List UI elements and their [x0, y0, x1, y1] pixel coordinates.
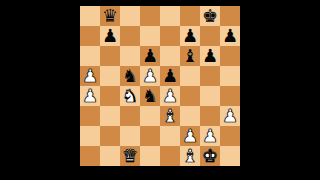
square-f1[interactable]: ♝	[180, 146, 200, 166]
square-e8[interactable]	[160, 6, 180, 26]
square-c4[interactable]: ♞	[120, 86, 140, 106]
square-d7[interactable]	[140, 26, 160, 46]
white-pawn-piece: ♟	[182, 126, 198, 146]
square-c2[interactable]	[120, 126, 140, 146]
square-b3[interactable]	[100, 106, 120, 126]
square-f8[interactable]	[180, 6, 200, 26]
white-bishop-piece: ♝	[162, 106, 178, 126]
square-e4[interactable]: ♟	[160, 86, 180, 106]
black-knight-piece: ♞	[142, 86, 158, 106]
black-knight-piece: ♞	[122, 66, 138, 86]
square-e6[interactable]	[160, 46, 180, 66]
square-h8[interactable]	[220, 6, 240, 26]
square-f5[interactable]	[180, 66, 200, 86]
square-c8[interactable]	[120, 6, 140, 26]
square-c7[interactable]	[120, 26, 140, 46]
square-g5[interactable]	[200, 66, 220, 86]
square-c1[interactable]: ♛	[120, 146, 140, 166]
black-pawn-piece: ♟	[102, 26, 118, 46]
white-bishop-piece: ♝	[182, 146, 198, 166]
black-king-piece: ♚	[202, 6, 218, 26]
square-g7[interactable]	[200, 26, 220, 46]
square-d4[interactable]: ♞	[140, 86, 160, 106]
black-queen-piece: ♛	[102, 6, 118, 26]
white-pawn-piece: ♟	[82, 66, 98, 86]
square-g4[interactable]	[200, 86, 220, 106]
square-a5[interactable]: ♟	[80, 66, 100, 86]
square-h3[interactable]: ♟	[220, 106, 240, 126]
square-d1[interactable]	[140, 146, 160, 166]
square-c5[interactable]: ♞	[120, 66, 140, 86]
square-h4[interactable]	[220, 86, 240, 106]
white-knight-piece: ♞	[122, 86, 138, 106]
square-h7[interactable]: ♟	[220, 26, 240, 46]
square-b4[interactable]	[100, 86, 120, 106]
square-b2[interactable]	[100, 126, 120, 146]
white-pawn-piece: ♟	[222, 106, 238, 126]
white-pawn-piece: ♟	[82, 86, 98, 106]
square-d6[interactable]: ♟	[140, 46, 160, 66]
square-b8[interactable]: ♛	[100, 6, 120, 26]
square-f2[interactable]: ♟	[180, 126, 200, 146]
black-pawn-piece: ♟	[182, 26, 198, 46]
square-b6[interactable]	[100, 46, 120, 66]
square-f6[interactable]: ♝	[180, 46, 200, 66]
square-d2[interactable]	[140, 126, 160, 146]
white-pawn-piece: ♟	[202, 126, 218, 146]
square-h2[interactable]	[220, 126, 240, 146]
square-b7[interactable]: ♟	[100, 26, 120, 46]
square-e2[interactable]	[160, 126, 180, 146]
white-queen-piece: ♛	[122, 146, 138, 166]
square-g3[interactable]	[200, 106, 220, 126]
black-pawn-piece: ♟	[202, 46, 218, 66]
square-g6[interactable]: ♟	[200, 46, 220, 66]
square-h6[interactable]	[220, 46, 240, 66]
square-f4[interactable]	[180, 86, 200, 106]
chess-board: ♛♚♟♟♟♟♝♟♟♞♟♟♟♞♞♟♝♟♟♟♛♝♚	[80, 6, 240, 166]
white-pawn-piece: ♟	[162, 86, 178, 106]
square-b1[interactable]	[100, 146, 120, 166]
square-d8[interactable]	[140, 6, 160, 26]
video-frame: ♛♚♟♟♟♟♝♟♟♞♟♟♟♞♞♟♝♟♟♟♛♝♚	[0, 0, 320, 180]
square-a1[interactable]	[80, 146, 100, 166]
square-g1[interactable]: ♚	[200, 146, 220, 166]
square-a4[interactable]: ♟	[80, 86, 100, 106]
square-g2[interactable]: ♟	[200, 126, 220, 146]
square-h5[interactable]	[220, 66, 240, 86]
white-king-piece: ♚	[202, 146, 218, 166]
white-pawn-piece: ♟	[142, 66, 158, 86]
square-e3[interactable]: ♝	[160, 106, 180, 126]
square-e7[interactable]	[160, 26, 180, 46]
square-a6[interactable]	[80, 46, 100, 66]
square-e5[interactable]: ♟	[160, 66, 180, 86]
square-e1[interactable]	[160, 146, 180, 166]
square-a3[interactable]	[80, 106, 100, 126]
black-pawn-piece: ♟	[222, 26, 238, 46]
square-f7[interactable]: ♟	[180, 26, 200, 46]
square-a8[interactable]	[80, 6, 100, 26]
square-b5[interactable]	[100, 66, 120, 86]
square-g8[interactable]: ♚	[200, 6, 220, 26]
square-d3[interactable]	[140, 106, 160, 126]
square-f3[interactable]	[180, 106, 200, 126]
black-bishop-piece: ♝	[182, 46, 198, 66]
black-pawn-piece: ♟	[142, 46, 158, 66]
square-a7[interactable]	[80, 26, 100, 46]
square-h1[interactable]	[220, 146, 240, 166]
black-pawn-piece: ♟	[162, 66, 178, 86]
square-c3[interactable]	[120, 106, 140, 126]
square-c6[interactable]	[120, 46, 140, 66]
square-d5[interactable]: ♟	[140, 66, 160, 86]
square-a2[interactable]	[80, 126, 100, 146]
